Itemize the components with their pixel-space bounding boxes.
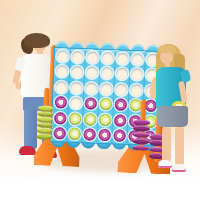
magenta-disc — [98, 129, 110, 141]
girl-shorts — [157, 106, 188, 127]
cell-r2c1[interactable] — [54, 64, 70, 80]
empty-slot — [116, 52, 128, 64]
yellow-disc — [100, 98, 112, 110]
girl-right-leg — [175, 127, 184, 165]
cell-r6c1[interactable] — [51, 125, 67, 141]
scene — [0, 0, 200, 200]
empty-slot — [131, 53, 143, 65]
empty-slot — [71, 66, 83, 78]
girl-player — [146, 42, 200, 182]
yellow-disc — [99, 114, 111, 126]
magenta-disc — [54, 112, 66, 124]
empty-slot — [56, 50, 68, 62]
empty-slot — [55, 81, 67, 93]
empty-slot — [55, 65, 67, 77]
empty-slot — [71, 50, 83, 62]
empty-slot — [131, 68, 143, 80]
yellow-disc — [68, 128, 80, 140]
magenta-disc — [53, 127, 65, 139]
empty-slot — [115, 83, 127, 95]
empty-slot — [70, 97, 82, 109]
magenta-disc — [115, 99, 127, 111]
yellow-disc — [84, 113, 96, 125]
yellow-stacked-disc[interactable] — [36, 133, 52, 139]
cell-r4c1[interactable] — [53, 95, 69, 111]
magenta-disc — [114, 114, 126, 126]
cell-r3c1[interactable] — [53, 79, 69, 95]
empty-slot — [70, 81, 82, 93]
girl-hair-fringe — [158, 45, 176, 53]
girl-left-shoe — [158, 160, 172, 168]
girl-left-leg — [162, 127, 171, 162]
girl-right-shoe — [172, 164, 186, 172]
magenta-disc — [85, 97, 97, 109]
yellow-disc — [69, 112, 81, 124]
empty-slot — [85, 82, 97, 94]
empty-slot — [86, 67, 98, 79]
magenta-disc — [113, 130, 125, 142]
cell-r5c1[interactable] — [52, 110, 68, 126]
yellow-stacked-disc[interactable] — [38, 105, 54, 111]
empty-slot — [100, 83, 112, 95]
cell-r1c1[interactable] — [54, 48, 70, 64]
magenta-disc — [83, 128, 95, 140]
empty-slot — [130, 84, 142, 96]
empty-slot — [101, 52, 113, 64]
empty-slot — [86, 51, 98, 63]
magenta-disc — [54, 96, 66, 108]
empty-slot — [116, 68, 128, 80]
empty-slot — [101, 67, 113, 79]
